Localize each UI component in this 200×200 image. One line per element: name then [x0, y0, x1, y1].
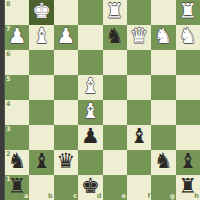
black-bishop[interactable]: ♝: [178, 151, 197, 172]
square-h5[interactable]: [176, 75, 200, 100]
square-g4[interactable]: [151, 100, 175, 125]
square-e4[interactable]: [103, 100, 127, 125]
black-rook[interactable]: ♜: [8, 176, 27, 197]
square-a7[interactable]: 7♟: [5, 25, 29, 50]
white-bishop[interactable]: ♝: [81, 76, 100, 97]
square-h1[interactable]: h♜: [176, 175, 200, 200]
white-knight[interactable]: ♞: [178, 26, 197, 47]
black-rook[interactable]: ♜: [178, 176, 197, 197]
file-label-c: c: [73, 193, 77, 200]
square-d5[interactable]: ♝: [78, 75, 102, 100]
square-a4[interactable]: 4: [5, 100, 29, 125]
black-knight[interactable]: ♞: [8, 151, 27, 172]
square-g1[interactable]: g: [151, 175, 175, 200]
square-d2[interactable]: [78, 150, 102, 175]
white-bishop[interactable]: ♝: [32, 26, 51, 47]
square-f5[interactable]: [127, 75, 151, 100]
square-f7[interactable]: ♛: [127, 25, 151, 50]
square-e2[interactable]: [103, 150, 127, 175]
square-b4[interactable]: [29, 100, 53, 125]
square-e8[interactable]: ♜: [103, 0, 127, 25]
square-c2[interactable]: ♛: [54, 150, 78, 175]
rank-label-5: 5: [6, 76, 11, 83]
square-d6[interactable]: [78, 50, 102, 75]
square-c1[interactable]: c: [54, 175, 78, 200]
square-b5[interactable]: [29, 75, 53, 100]
rank-label-8: 8: [6, 1, 11, 8]
square-d8[interactable]: [78, 0, 102, 25]
square-g8[interactable]: [151, 0, 175, 25]
square-h4[interactable]: [176, 100, 200, 125]
white-bishop[interactable]: ♝: [81, 101, 100, 122]
square-d1[interactable]: d♚: [78, 175, 102, 200]
square-e3[interactable]: [103, 125, 127, 150]
black-queen[interactable]: ♛: [57, 151, 76, 172]
square-c7[interactable]: ♟: [54, 25, 78, 50]
square-a1[interactable]: 1a♜: [5, 175, 29, 200]
black-knight[interactable]: ♞: [105, 26, 124, 47]
square-f8[interactable]: [127, 0, 151, 25]
square-g5[interactable]: [151, 75, 175, 100]
square-a2[interactable]: 2♞: [5, 150, 29, 175]
square-a5[interactable]: 5: [5, 75, 29, 100]
square-c5[interactable]: [54, 75, 78, 100]
square-b8[interactable]: ♚: [29, 0, 53, 25]
square-d7[interactable]: [78, 25, 102, 50]
white-knight[interactable]: ♞: [154, 26, 173, 47]
file-label-f: f: [147, 193, 150, 200]
square-h2[interactable]: ♝: [176, 150, 200, 175]
square-f6[interactable]: [127, 50, 151, 75]
file-label-e: e: [121, 193, 125, 200]
square-a3[interactable]: 3: [5, 125, 29, 150]
square-f3[interactable]: ♝: [127, 125, 151, 150]
square-b6[interactable]: [29, 50, 53, 75]
rank-label-3: 3: [6, 126, 11, 133]
square-g3[interactable]: [151, 125, 175, 150]
square-c3[interactable]: [54, 125, 78, 150]
square-e6[interactable]: [103, 50, 127, 75]
white-pawn[interactable]: ♟: [57, 26, 76, 47]
file-label-g: g: [170, 193, 175, 200]
square-h8[interactable]: ♜: [176, 0, 200, 25]
white-king[interactable]: ♚: [32, 1, 51, 22]
black-king[interactable]: ♚: [81, 176, 100, 197]
square-g6[interactable]: [151, 50, 175, 75]
rank-label-6: 6: [6, 51, 11, 58]
square-c4[interactable]: [54, 100, 78, 125]
black-knight[interactable]: ♞: [154, 151, 173, 172]
white-rook[interactable]: ♜: [105, 1, 124, 22]
square-e7[interactable]: ♞: [103, 25, 127, 50]
black-pawn[interactable]: ♟: [81, 126, 100, 147]
square-g7[interactable]: ♞: [151, 25, 175, 50]
square-f1[interactable]: f: [127, 175, 151, 200]
black-bishop[interactable]: ♝: [32, 151, 51, 172]
square-e1[interactable]: e: [103, 175, 127, 200]
white-rook[interactable]: ♜: [178, 1, 197, 22]
rank-label-4: 4: [6, 101, 11, 108]
square-g2[interactable]: ♞: [151, 150, 175, 175]
white-queen[interactable]: ♛: [130, 26, 149, 47]
square-a8[interactable]: 8: [5, 0, 29, 25]
square-d3[interactable]: ♟: [78, 125, 102, 150]
square-d4[interactable]: ♝: [78, 100, 102, 125]
file-label-b: b: [48, 193, 53, 200]
square-b1[interactable]: b: [29, 175, 53, 200]
square-c6[interactable]: [54, 50, 78, 75]
square-f2[interactable]: [127, 150, 151, 175]
square-c8[interactable]: [54, 0, 78, 25]
square-f4[interactable]: [127, 100, 151, 125]
square-a6[interactable]: 6: [5, 50, 29, 75]
white-pawn[interactable]: ♟: [8, 26, 27, 47]
square-e5[interactable]: [103, 75, 127, 100]
square-b7[interactable]: ♝: [29, 25, 53, 50]
black-bishop[interactable]: ♝: [130, 126, 149, 147]
square-b2[interactable]: ♝: [29, 150, 53, 175]
square-h3[interactable]: [176, 125, 200, 150]
square-h6[interactable]: [176, 50, 200, 75]
square-h7[interactable]: ♞: [176, 25, 200, 50]
chess-board: 8♚♜♜7♟♝♟♞♛♞♞65♝4♝3♟♝2♞♝♛♞♝1a♜bcd♚efgh♜: [5, 0, 200, 200]
square-b3[interactable]: [29, 125, 53, 150]
